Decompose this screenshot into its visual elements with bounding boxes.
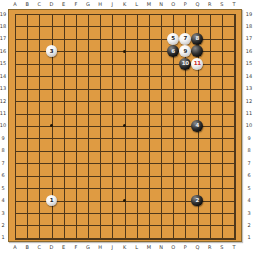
coord-left-16: 16 <box>0 48 8 55</box>
coord-top-j: J <box>106 1 118 8</box>
coord-top-m: M <box>143 1 155 8</box>
coord-right-7: 7 <box>244 160 254 167</box>
coord-top-a: A <box>9 1 21 8</box>
coord-bottom-d: D <box>46 244 58 251</box>
coord-left-18: 18 <box>0 23 8 30</box>
move-number: 8 <box>196 36 200 42</box>
stone-white-o17: 5 <box>167 33 179 45</box>
move-number: 4 <box>196 123 200 129</box>
coord-left-7: 7 <box>0 160 8 167</box>
coord-left-17: 17 <box>0 35 8 42</box>
coord-left-9: 9 <box>0 135 8 142</box>
coord-bottom-p: P <box>179 244 191 251</box>
coord-top-d: D <box>46 1 58 8</box>
coord-right-17: 17 <box>244 35 254 42</box>
coord-left-13: 13 <box>0 85 8 92</box>
coord-bottom-k: K <box>119 244 131 251</box>
move-number: 6 <box>171 49 175 55</box>
coord-left-11: 11 <box>0 110 8 117</box>
move-number: 5 <box>171 36 175 42</box>
coord-bottom-t: T <box>228 244 240 251</box>
move-number: 9 <box>183 49 187 55</box>
coord-left-1: 1 <box>0 234 8 241</box>
coord-left-3: 3 <box>0 210 8 217</box>
coord-left-4: 4 <box>0 197 8 204</box>
move-number: 2 <box>196 198 200 204</box>
coord-bottom-c: C <box>33 244 45 251</box>
coord-bottom-m: M <box>143 244 155 251</box>
coord-top-t: T <box>228 1 240 8</box>
coord-bottom-l: L <box>131 244 143 251</box>
coord-bottom-f: F <box>70 244 82 251</box>
coord-right-5: 5 <box>244 185 254 192</box>
coord-left-15: 15 <box>0 60 8 67</box>
coord-left-14: 14 <box>0 73 8 80</box>
coord-bottom-a: A <box>9 244 21 251</box>
stone-white-q15: 11 <box>191 58 203 70</box>
stones-layer: 1234567891011 <box>9 8 240 244</box>
coord-top-o: O <box>167 1 179 8</box>
coord-top-k: K <box>119 1 131 8</box>
coord-top-n: N <box>155 1 167 8</box>
move-number: 3 <box>50 49 54 55</box>
coord-right-2: 2 <box>244 222 254 229</box>
coord-top-b: B <box>21 1 33 8</box>
coord-right-16: 16 <box>244 48 254 55</box>
coord-bottom-o: O <box>167 244 179 251</box>
stone-black-q17: 8 <box>191 33 203 45</box>
go-board[interactable]: 1234567891011 <box>8 9 242 242</box>
stone-black-o16: 6 <box>167 45 179 57</box>
coord-left-19: 19 <box>0 11 8 18</box>
stone-white-p17: 7 <box>179 33 191 45</box>
coord-bottom-h: H <box>94 244 106 251</box>
coord-bottom-s: S <box>216 244 228 251</box>
coord-right-11: 11 <box>244 110 254 117</box>
stone-white-d16: 3 <box>46 45 58 57</box>
coord-left-2: 2 <box>0 222 8 229</box>
coord-top-s: S <box>216 1 228 8</box>
coord-right-6: 6 <box>244 172 254 179</box>
coord-left-10: 10 <box>0 122 8 129</box>
coord-right-19: 19 <box>244 11 254 18</box>
coord-top-f: F <box>70 1 82 8</box>
coord-bottom-e: E <box>58 244 70 251</box>
coord-right-13: 13 <box>244 85 254 92</box>
coord-bottom-g: G <box>82 244 94 251</box>
coord-right-9: 9 <box>244 135 254 142</box>
stone-white-d4: 1 <box>46 195 58 207</box>
coord-top-l: L <box>131 1 143 8</box>
coord-left-12: 12 <box>0 98 8 105</box>
move-number: 10 <box>182 61 189 67</box>
coord-top-e: E <box>58 1 70 8</box>
stone-black-p15: 10 <box>179 58 191 70</box>
coord-bottom-b: B <box>21 244 33 251</box>
coord-top-g: G <box>82 1 94 8</box>
coord-top-c: C <box>33 1 45 8</box>
coord-left-5: 5 <box>0 185 8 192</box>
coord-top-p: P <box>179 1 191 8</box>
coord-right-18: 18 <box>244 23 254 30</box>
coord-right-8: 8 <box>244 147 254 154</box>
coord-top-q: Q <box>192 1 204 8</box>
coord-right-3: 3 <box>244 210 254 217</box>
coord-right-4: 4 <box>244 197 254 204</box>
coord-bottom-j: J <box>106 244 118 251</box>
go-board-diagram: 1234567891011 ABCDEFGHJKLMNOPQRST ABCDEF… <box>0 0 258 253</box>
stone-white-p16: 9 <box>179 45 191 57</box>
coord-top-r: R <box>204 1 216 8</box>
coord-right-10: 10 <box>244 122 254 129</box>
move-number: 1 <box>50 198 54 204</box>
stone-black-q10: 4 <box>191 120 203 132</box>
coord-left-6: 6 <box>0 172 8 179</box>
last-move-number: 11 <box>194 61 201 67</box>
stone-black-q4: 2 <box>191 195 203 207</box>
coord-right-1: 1 <box>244 234 254 241</box>
coord-bottom-n: N <box>155 244 167 251</box>
coord-bottom-q: Q <box>192 244 204 251</box>
coord-right-12: 12 <box>244 98 254 105</box>
coord-right-14: 14 <box>244 73 254 80</box>
board-grid: 1234567891011 <box>15 14 235 239</box>
coord-top-h: H <box>94 1 106 8</box>
stone-black-q16 <box>191 45 203 57</box>
coord-left-8: 8 <box>0 147 8 154</box>
coord-right-15: 15 <box>244 60 254 67</box>
coord-bottom-r: R <box>204 244 216 251</box>
move-number: 7 <box>183 36 187 42</box>
